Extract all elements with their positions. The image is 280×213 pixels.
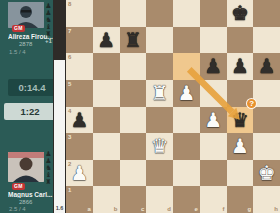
square-h6[interactable]: ♟ (253, 53, 280, 80)
captured-piece-icon: ♟ (44, 2, 53, 9)
square-f2[interactable] (200, 160, 227, 187)
square-e4[interactable] (173, 107, 200, 134)
file-label-f: f (223, 206, 225, 212)
square-d2[interactable] (146, 160, 173, 187)
white-rook-d5[interactable]: ♜ (146, 80, 173, 107)
square-f5[interactable] (200, 80, 227, 107)
square-b1[interactable]: b (93, 186, 120, 213)
avatar-bottom-player (8, 152, 44, 182)
square-e1[interactable]: e (173, 186, 200, 213)
black-pawn-b7[interactable]: ♟ (93, 27, 120, 54)
france-flag-icon (9, 42, 17, 47)
black-king-g8[interactable]: ♚ (227, 0, 254, 27)
square-h8[interactable] (253, 0, 280, 27)
square-b3[interactable] (93, 133, 120, 160)
square-h1[interactable]: h (253, 186, 280, 213)
square-b2[interactable] (93, 160, 120, 187)
move-classification-badge: ? (246, 98, 257, 109)
file-label-c: c (141, 206, 144, 212)
square-g1[interactable]: g (227, 186, 254, 213)
evaluation-bar-white-portion: 1.6 (54, 60, 65, 213)
file-label-a: a (87, 206, 90, 212)
square-a6[interactable]: 6 (66, 53, 93, 80)
square-f4[interactable]: ♟ (200, 107, 227, 134)
square-f8[interactable] (200, 0, 227, 27)
file-label-d: d (167, 206, 171, 212)
square-a3[interactable]: 3 (66, 133, 93, 160)
square-c4[interactable] (120, 107, 147, 134)
chess-board[interactable]: ? 8♚7♟♜6♟♟♟5♜♟4♟♟♛3♛♟2♟♚1abcdefgh (66, 0, 280, 213)
square-c6[interactable] (120, 53, 147, 80)
square-g3[interactable]: ♟ (227, 133, 254, 160)
square-a5[interactable]: 5 (66, 80, 93, 107)
white-pawn-g3[interactable]: ♟ (227, 133, 254, 160)
person-silhouette-icon (8, 152, 44, 182)
square-c7[interactable]: ♜ (120, 27, 147, 54)
square-a7[interactable]: 7 (66, 27, 93, 54)
square-d3[interactable]: ♛ (146, 133, 173, 160)
square-g7[interactable] (227, 27, 254, 54)
square-h5[interactable] (253, 80, 280, 107)
captured-pieces-top: ♟♟♞♝♜+1 (44, 2, 53, 45)
square-d6[interactable] (146, 53, 173, 80)
square-f3[interactable] (200, 133, 227, 160)
rank-label-3: 3 (68, 134, 71, 140)
rating-row-bottom: 2866 (9, 199, 32, 205)
score-bottom: 2.5 / 4 (9, 206, 26, 212)
material-advantage: +1 (44, 38, 53, 45)
captured-piece-icon: ♟ (44, 150, 53, 157)
score-top: 1.5 / 4 (9, 49, 26, 55)
rating-row-top: 2878 (9, 41, 32, 47)
player-name-bottom: Magnus Carl... (8, 191, 54, 198)
evaluation-score-label: 1.6 (54, 205, 65, 211)
captured-piece-icon: ♞ (44, 16, 53, 23)
square-e7[interactable] (173, 27, 200, 54)
file-label-b: b (114, 206, 118, 212)
square-e2[interactable] (173, 160, 200, 187)
square-a8[interactable]: 8 (66, 0, 93, 27)
file-label-e: e (194, 206, 197, 212)
square-g8[interactable]: ♚ (227, 0, 254, 27)
black-pawn-h6[interactable]: ♟ (253, 53, 280, 80)
square-d7[interactable] (146, 27, 173, 54)
black-queen-g4[interactable]: ♛ (227, 107, 254, 134)
players-sidebar: GM Alireza Firou... 2878 1.5 / 4 ♟♟♞♝♜+1… (0, 0, 53, 213)
square-d1[interactable]: d (146, 186, 173, 213)
square-b7[interactable]: ♟ (93, 27, 120, 54)
square-e6[interactable] (173, 53, 200, 80)
square-a1[interactable]: 1a (66, 186, 93, 213)
black-rook-c7[interactable]: ♜ (120, 27, 147, 54)
square-f7[interactable] (200, 27, 227, 54)
square-f1[interactable]: f (200, 186, 227, 213)
white-queen-d3[interactable]: ♛ (146, 133, 173, 160)
white-pawn-e5[interactable]: ♟ (173, 80, 200, 107)
square-e5[interactable]: ♟ (173, 80, 200, 107)
rank-label-8: 8 (68, 1, 71, 7)
square-e3[interactable] (173, 133, 200, 160)
square-c5[interactable] (120, 80, 147, 107)
captured-piece-icon: ♜ (44, 30, 53, 37)
captured-piece-icon: ♝ (44, 23, 53, 30)
square-d5[interactable]: ♜ (146, 80, 173, 107)
norway-flag-icon (9, 200, 17, 205)
captured-piece-icon: ♞ (44, 164, 53, 171)
file-label-g: g (248, 206, 252, 212)
captured-piece-icon: ♜ (44, 178, 53, 185)
evaluation-bar: 1.6 (53, 0, 66, 213)
square-c3[interactable] (120, 133, 147, 160)
captured-piece-icon: ♝ (44, 171, 53, 178)
square-g2[interactable] (227, 160, 254, 187)
square-g6[interactable]: ♟ (227, 53, 254, 80)
black-pawn-f6[interactable]: ♟ (200, 53, 227, 80)
black-pawn-a4[interactable]: ♟ (66, 107, 93, 134)
square-h4[interactable] (253, 107, 280, 134)
rating-top: 2878 (19, 41, 32, 47)
square-f6[interactable]: ♟ (200, 53, 227, 80)
rank-label-7: 7 (68, 28, 71, 34)
rank-label-6: 6 (68, 54, 71, 60)
title-badge-bottom: GM (12, 183, 25, 190)
last-move-highlight (173, 53, 200, 80)
clock-top: 0:14.4 (8, 79, 56, 96)
rank-label-1: 1 (68, 187, 71, 193)
rank-label-5: 5 (68, 81, 71, 87)
rating-bottom: 2866 (19, 199, 32, 205)
square-h3[interactable] (253, 133, 280, 160)
square-d4[interactable] (146, 107, 173, 134)
square-c1[interactable]: c (120, 186, 147, 213)
file-label-h: h (274, 206, 278, 212)
square-h7[interactable] (253, 27, 280, 54)
square-b6[interactable] (93, 53, 120, 80)
white-pawn-a2[interactable]: ♟ (66, 160, 93, 187)
square-d8[interactable] (146, 0, 173, 27)
clock-bottom: 1:22 (4, 103, 56, 120)
square-c2[interactable] (120, 160, 147, 187)
black-pawn-g6[interactable]: ♟ (227, 53, 254, 80)
captured-pieces-bottom: ♟♟♞♝♜ (44, 150, 53, 185)
title-badge-top: GM (12, 25, 25, 32)
square-a2[interactable]: 2♟ (66, 160, 93, 187)
square-c8[interactable] (120, 0, 147, 27)
square-e8[interactable] (173, 0, 200, 27)
square-b4[interactable] (93, 107, 120, 134)
square-a4[interactable]: 4♟ (66, 107, 93, 134)
square-b8[interactable] (93, 0, 120, 27)
square-h2[interactable]: ♚ (253, 160, 280, 187)
white-pawn-f4[interactable]: ♟ (200, 107, 227, 134)
captured-piece-icon: ♟ (44, 9, 53, 16)
white-king-h2[interactable]: ♚ (253, 160, 280, 187)
square-b5[interactable] (93, 80, 120, 107)
square-g4[interactable]: ♛ (227, 107, 254, 134)
captured-piece-icon: ♟ (44, 157, 53, 164)
